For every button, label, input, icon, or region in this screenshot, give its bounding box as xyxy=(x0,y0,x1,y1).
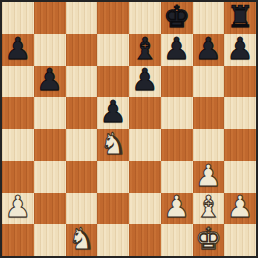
piece-black-pawn[interactable]: ♟ xyxy=(36,66,63,96)
square-h6[interactable] xyxy=(224,66,256,98)
chess-board: ♚♜♟♝♟♟♟♟♟♟♞♟♟♟♝♟♞♚ xyxy=(2,2,256,256)
square-h2[interactable]: ♟ xyxy=(224,193,256,225)
square-c7[interactable] xyxy=(66,34,98,66)
square-h8[interactable]: ♜ xyxy=(224,2,256,34)
square-d2[interactable] xyxy=(97,193,129,225)
square-e1[interactable] xyxy=(129,224,161,256)
piece-black-pawn[interactable]: ♟ xyxy=(100,97,127,127)
square-b4[interactable] xyxy=(34,129,66,161)
square-a7[interactable]: ♟ xyxy=(2,34,34,66)
piece-white-pawn[interactable]: ♟ xyxy=(227,193,254,223)
square-d7[interactable] xyxy=(97,34,129,66)
square-e2[interactable] xyxy=(129,193,161,225)
square-f3[interactable] xyxy=(161,161,193,193)
square-c6[interactable] xyxy=(66,66,98,98)
square-b8[interactable] xyxy=(34,2,66,34)
piece-white-bishop[interactable]: ♝ xyxy=(195,193,222,223)
square-g1[interactable]: ♚ xyxy=(193,224,225,256)
square-a8[interactable] xyxy=(2,2,34,34)
square-d1[interactable] xyxy=(97,224,129,256)
chess-board-frame: ♚♜♟♝♟♟♟♟♟♟♞♟♟♟♝♟♞♚ xyxy=(0,0,258,258)
square-c2[interactable] xyxy=(66,193,98,225)
square-a1[interactable] xyxy=(2,224,34,256)
piece-black-pawn[interactable]: ♟ xyxy=(4,34,31,64)
piece-white-pawn[interactable]: ♟ xyxy=(163,193,190,223)
square-f7[interactable]: ♟ xyxy=(161,34,193,66)
square-c4[interactable] xyxy=(66,129,98,161)
square-d6[interactable] xyxy=(97,66,129,98)
piece-black-rook[interactable]: ♜ xyxy=(227,2,254,32)
piece-black-pawn[interactable]: ♟ xyxy=(195,34,222,64)
square-a4[interactable] xyxy=(2,129,34,161)
square-d3[interactable] xyxy=(97,161,129,193)
square-g5[interactable] xyxy=(193,97,225,129)
square-d8[interactable] xyxy=(97,2,129,34)
piece-black-pawn[interactable]: ♟ xyxy=(131,66,158,96)
square-b6[interactable]: ♟ xyxy=(34,66,66,98)
square-h7[interactable]: ♟ xyxy=(224,34,256,66)
piece-white-king[interactable]: ♚ xyxy=(195,224,222,254)
square-g6[interactable] xyxy=(193,66,225,98)
square-f6[interactable] xyxy=(161,66,193,98)
square-g8[interactable] xyxy=(193,2,225,34)
square-f5[interactable] xyxy=(161,97,193,129)
square-h3[interactable] xyxy=(224,161,256,193)
square-e6[interactable]: ♟ xyxy=(129,66,161,98)
piece-black-pawn[interactable]: ♟ xyxy=(163,34,190,64)
square-a3[interactable] xyxy=(2,161,34,193)
square-c3[interactable] xyxy=(66,161,98,193)
square-d4[interactable]: ♞ xyxy=(97,129,129,161)
square-e7[interactable]: ♝ xyxy=(129,34,161,66)
square-e3[interactable] xyxy=(129,161,161,193)
piece-white-knight[interactable]: ♞ xyxy=(100,129,127,159)
square-a5[interactable] xyxy=(2,97,34,129)
square-g7[interactable]: ♟ xyxy=(193,34,225,66)
square-g4[interactable] xyxy=(193,129,225,161)
piece-black-pawn[interactable]: ♟ xyxy=(227,34,254,64)
square-e8[interactable] xyxy=(129,2,161,34)
square-f4[interactable] xyxy=(161,129,193,161)
square-f1[interactable] xyxy=(161,224,193,256)
square-b2[interactable] xyxy=(34,193,66,225)
square-a2[interactable]: ♟ xyxy=(2,193,34,225)
square-a6[interactable] xyxy=(2,66,34,98)
piece-black-king[interactable]: ♚ xyxy=(163,2,190,32)
piece-white-pawn[interactable]: ♟ xyxy=(4,193,31,223)
square-b1[interactable] xyxy=(34,224,66,256)
square-g2[interactable]: ♝ xyxy=(193,193,225,225)
square-c5[interactable] xyxy=(66,97,98,129)
piece-black-bishop[interactable]: ♝ xyxy=(131,34,158,64)
square-b5[interactable] xyxy=(34,97,66,129)
square-g3[interactable]: ♟ xyxy=(193,161,225,193)
piece-white-knight[interactable]: ♞ xyxy=(68,224,95,254)
square-h1[interactable] xyxy=(224,224,256,256)
square-c1[interactable]: ♞ xyxy=(66,224,98,256)
square-h4[interactable] xyxy=(224,129,256,161)
square-b3[interactable] xyxy=(34,161,66,193)
square-b7[interactable] xyxy=(34,34,66,66)
square-e4[interactable] xyxy=(129,129,161,161)
square-h5[interactable] xyxy=(224,97,256,129)
piece-white-pawn[interactable]: ♟ xyxy=(195,161,222,191)
square-f2[interactable]: ♟ xyxy=(161,193,193,225)
square-e5[interactable] xyxy=(129,97,161,129)
square-d5[interactable]: ♟ xyxy=(97,97,129,129)
square-f8[interactable]: ♚ xyxy=(161,2,193,34)
square-c8[interactable] xyxy=(66,2,98,34)
